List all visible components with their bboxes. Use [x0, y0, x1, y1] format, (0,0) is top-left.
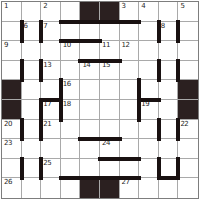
bar-horizontal-2 — [78, 59, 121, 63]
bar-vertical-1 — [20, 59, 24, 83]
bar-vertical-15 — [176, 59, 180, 83]
cell-r6-c5[interactable] — [80, 100, 100, 120]
clue-number-1: 1 — [4, 2, 8, 11]
bar-vertical-6 — [39, 98, 43, 141]
clue-number-25: 25 — [43, 159, 51, 168]
bar-vertical-12 — [157, 118, 161, 142]
black-cell-r10-c6 — [100, 178, 120, 198]
bar-vertical-10 — [157, 20, 161, 44]
bar-vertical-8 — [59, 78, 63, 121]
black-cell-r5-c1 — [2, 80, 22, 100]
bar-vertical-11 — [157, 59, 161, 83]
cell-r10-c8[interactable] — [139, 178, 159, 198]
bar-vertical-7 — [39, 157, 43, 181]
cell-r10-c4[interactable] — [61, 178, 81, 198]
bar-vertical-9 — [137, 78, 141, 121]
cell-r10-c1[interactable]: 26 — [2, 178, 22, 198]
cell-r10-c7[interactable]: 27 — [120, 178, 140, 198]
bar-vertical-0 — [20, 20, 24, 44]
cell-r10-c2[interactable] — [22, 178, 42, 198]
cell-r1-c10[interactable]: 5 — [178, 2, 198, 22]
cell-r3-c10[interactable] — [178, 41, 198, 61]
bar-vertical-3 — [20, 157, 24, 181]
clue-number-12: 12 — [122, 41, 130, 50]
cell-r10-c3[interactable] — [41, 178, 61, 198]
clue-number-16: 16 — [63, 80, 71, 89]
bar-horizontal-6 — [98, 157, 141, 161]
cell-r8-c10[interactable] — [178, 139, 198, 159]
clue-number-23: 23 — [4, 139, 12, 148]
bar-vertical-17 — [176, 157, 180, 181]
cell-r5-c4[interactable]: 16 — [61, 80, 81, 100]
cell-r5-c9[interactable] — [159, 80, 179, 100]
bar-horizontal-0 — [59, 20, 141, 24]
cell-r3-c7[interactable]: 12 — [120, 41, 140, 61]
black-cell-r6-c10 — [178, 100, 198, 120]
cell-r10-c9[interactable] — [159, 178, 179, 198]
cell-r9-c10[interactable] — [178, 159, 198, 179]
cell-r6-c6[interactable] — [100, 100, 120, 120]
clue-number-8: 8 — [161, 22, 165, 31]
clue-number-11: 11 — [102, 41, 110, 50]
clue-number-3: 3 — [122, 2, 126, 11]
clue-number-5: 5 — [180, 2, 184, 11]
black-cell-r10-c5 — [80, 178, 100, 198]
bar-vertical-16 — [176, 118, 180, 142]
bar-horizontal-1 — [59, 39, 102, 43]
crossword-page: 1234567891011121314151617181920212223242… — [0, 0, 200, 200]
cell-r2-c7[interactable] — [120, 22, 140, 42]
bar-horizontal-5 — [78, 137, 121, 141]
cell-r7-c7[interactable] — [120, 120, 140, 140]
bar-vertical-4 — [39, 20, 43, 44]
clue-number-2: 2 — [43, 2, 47, 11]
cell-r4-c6[interactable]: 15 — [100, 61, 120, 81]
clue-number-26: 26 — [4, 178, 12, 187]
bar-horizontal-7 — [59, 176, 141, 180]
clue-number-20: 20 — [4, 120, 12, 129]
bar-vertical-2 — [20, 118, 24, 142]
cell-r2-c10[interactable] — [178, 22, 198, 42]
cell-r4-c10[interactable] — [178, 61, 198, 81]
clue-number-7: 7 — [43, 22, 47, 31]
cell-r4-c5[interactable]: 14 — [80, 61, 100, 81]
cell-r7-c3[interactable]: 21 — [41, 120, 61, 140]
cell-r5-c6[interactable] — [100, 80, 120, 100]
cell-r4-c4[interactable] — [61, 61, 81, 81]
cell-r10-c10[interactable] — [178, 178, 198, 198]
bar-vertical-14 — [176, 20, 180, 44]
clue-number-18: 18 — [63, 100, 71, 109]
clue-number-6: 6 — [24, 22, 28, 31]
clue-number-4: 4 — [141, 2, 145, 11]
bar-vertical-13 — [157, 157, 161, 181]
clue-number-13: 13 — [43, 61, 51, 70]
cell-r8-c3[interactable] — [41, 139, 61, 159]
cell-r3-c3[interactable] — [41, 41, 61, 61]
crossword-board: 1234567891011121314151617181920212223242… — [1, 1, 199, 199]
clue-number-21: 21 — [43, 120, 51, 129]
black-cell-r5-c10 — [178, 80, 198, 100]
cell-r5-c5[interactable] — [80, 80, 100, 100]
clue-number-22: 22 — [180, 120, 188, 129]
cell-r7-c10[interactable]: 22 — [178, 120, 198, 140]
cell-r6-c4[interactable]: 18 — [61, 100, 81, 120]
cell-r8-c4[interactable] — [61, 139, 81, 159]
clue-number-9: 9 — [4, 41, 8, 50]
cell-r2-c6[interactable] — [100, 22, 120, 42]
bar-vertical-5 — [39, 59, 43, 83]
